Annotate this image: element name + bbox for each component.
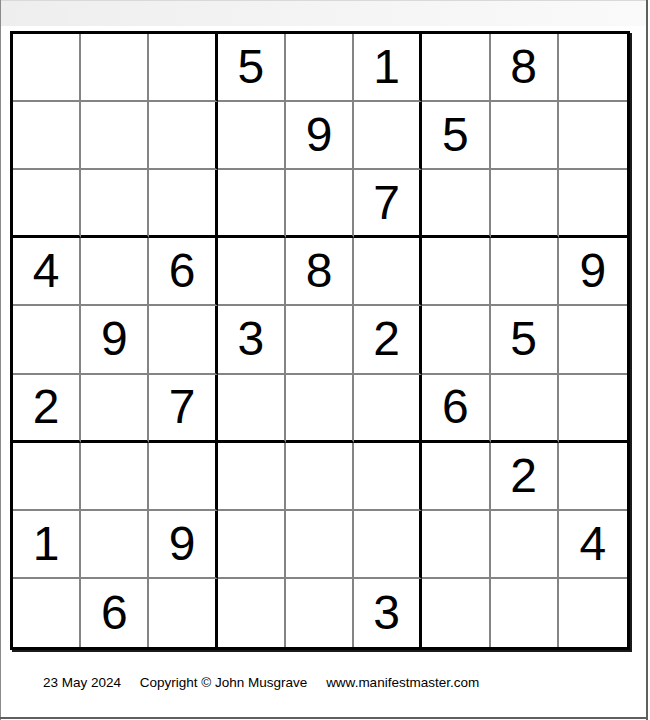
sudoku-cell-r4c8	[491, 238, 559, 306]
sudoku-cell-r3c3	[149, 170, 217, 238]
sudoku-cell-r1c8: 8	[491, 34, 559, 102]
sudoku-cell-r3c6: 7	[354, 170, 422, 238]
sudoku-cell-r8c9: 4	[559, 511, 627, 579]
sudoku-cell-r2c5: 9	[286, 102, 354, 170]
sudoku-cell-r9c9	[559, 579, 627, 647]
sudoku-cell-r3c4	[218, 170, 286, 238]
sudoku-cell-r3c8	[491, 170, 559, 238]
sudoku-cell-r1c5	[286, 34, 354, 102]
sudoku-cell-r9c5	[286, 579, 354, 647]
sudoku-cell-r1c9	[559, 34, 627, 102]
sudoku-cell-r1c3	[149, 34, 217, 102]
sudoku-cell-r2c8	[491, 102, 559, 170]
sudoku-cell-r6c6	[354, 375, 422, 443]
sudoku-cell-r7c2	[81, 443, 149, 511]
sudoku-cell-r6c2	[81, 375, 149, 443]
sudoku-cell-r5c2: 9	[81, 306, 149, 374]
page-border-bottom	[0, 717, 648, 719]
sudoku-cell-r4c2	[81, 238, 149, 306]
sudoku-cell-r6c5	[286, 375, 354, 443]
sudoku-cell-r5c6: 2	[354, 306, 422, 374]
footer-copyright: Copyright © John Musgrave	[140, 675, 308, 690]
sudoku-cell-r6c3: 7	[149, 375, 217, 443]
sudoku-board: 51895746899325276219463	[10, 31, 630, 650]
sudoku-cell-r9c3	[149, 579, 217, 647]
sudoku-cell-r3c2	[81, 170, 149, 238]
page-border-right	[646, 0, 648, 720]
sudoku-cell-r5c9	[559, 306, 627, 374]
sudoku-cell-r7c9	[559, 443, 627, 511]
sudoku-cell-r9c8	[491, 579, 559, 647]
sudoku-cell-r6c8	[491, 375, 559, 443]
sudoku-cell-r4c7	[422, 238, 490, 306]
sudoku-cell-r5c4: 3	[218, 306, 286, 374]
sudoku-cell-r5c1	[13, 306, 81, 374]
sudoku-cell-r2c6	[354, 102, 422, 170]
sudoku-cell-r7c3	[149, 443, 217, 511]
sudoku-cell-r4c1: 4	[13, 238, 81, 306]
sudoku-cell-r2c9	[559, 102, 627, 170]
sudoku-cell-r1c2	[81, 34, 149, 102]
sudoku-cell-r4c9: 9	[559, 238, 627, 306]
sudoku-cell-r9c1	[13, 579, 81, 647]
sudoku-cell-r1c1	[13, 34, 81, 102]
footer: 23 May 2024 Copyright © John Musgrave ww…	[43, 675, 479, 691]
sudoku-cell-r8c5	[286, 511, 354, 579]
sudoku-cell-r7c5	[286, 443, 354, 511]
page-border-left	[0, 0, 1, 720]
sudoku-cell-r8c4	[218, 511, 286, 579]
sudoku-cell-r2c1	[13, 102, 81, 170]
sudoku-cell-r4c4	[218, 238, 286, 306]
sudoku-cell-r5c7	[422, 306, 490, 374]
sudoku-cell-r5c5	[286, 306, 354, 374]
sudoku-cell-r6c4	[218, 375, 286, 443]
sudoku-cell-r8c7	[422, 511, 490, 579]
sudoku-cell-r1c7	[422, 34, 490, 102]
sudoku-cell-r6c9	[559, 375, 627, 443]
sudoku-cell-r9c6: 3	[354, 579, 422, 647]
sudoku-cell-r4c3: 6	[149, 238, 217, 306]
sudoku-cell-r2c3	[149, 102, 217, 170]
sudoku-cell-r6c1: 2	[13, 375, 81, 443]
sudoku-cell-r1c6: 1	[354, 34, 422, 102]
sudoku-cell-r2c4	[218, 102, 286, 170]
footer-website: www.manifestmaster.com	[326, 675, 479, 690]
sudoku-cell-r3c9	[559, 170, 627, 238]
sudoku-cell-r9c4	[218, 579, 286, 647]
sudoku-cell-r3c5	[286, 170, 354, 238]
sudoku-cell-r4c5: 8	[286, 238, 354, 306]
sudoku-cell-r7c8: 2	[491, 443, 559, 511]
sudoku-cell-r9c7	[422, 579, 490, 647]
sudoku-cell-r4c6	[354, 238, 422, 306]
sudoku-cell-r7c4	[218, 443, 286, 511]
header-bar	[1, 0, 646, 26]
sudoku-cell-r3c7	[422, 170, 490, 238]
sudoku-cell-r1c4: 5	[218, 34, 286, 102]
sudoku-cell-r7c6	[354, 443, 422, 511]
sudoku-cell-r7c1	[13, 443, 81, 511]
sudoku-cell-r8c2	[81, 511, 149, 579]
sudoku-cell-r8c3: 9	[149, 511, 217, 579]
sudoku-cell-r8c8	[491, 511, 559, 579]
sudoku-grid: 51895746899325276219463	[13, 34, 627, 647]
sudoku-cell-r5c3	[149, 306, 217, 374]
sudoku-cell-r6c7: 6	[422, 375, 490, 443]
sudoku-cell-r2c2	[81, 102, 149, 170]
sudoku-cell-r5c8: 5	[491, 306, 559, 374]
sudoku-cell-r8c1: 1	[13, 511, 81, 579]
page: 51895746899325276219463 23 May 2024 Copy…	[0, 0, 650, 720]
footer-date: 23 May 2024	[43, 675, 121, 690]
sudoku-cell-r7c7	[422, 443, 490, 511]
sudoku-cell-r8c6	[354, 511, 422, 579]
sudoku-cell-r3c1	[13, 170, 81, 238]
sudoku-cell-r9c2: 6	[81, 579, 149, 647]
sudoku-cell-r2c7: 5	[422, 102, 490, 170]
